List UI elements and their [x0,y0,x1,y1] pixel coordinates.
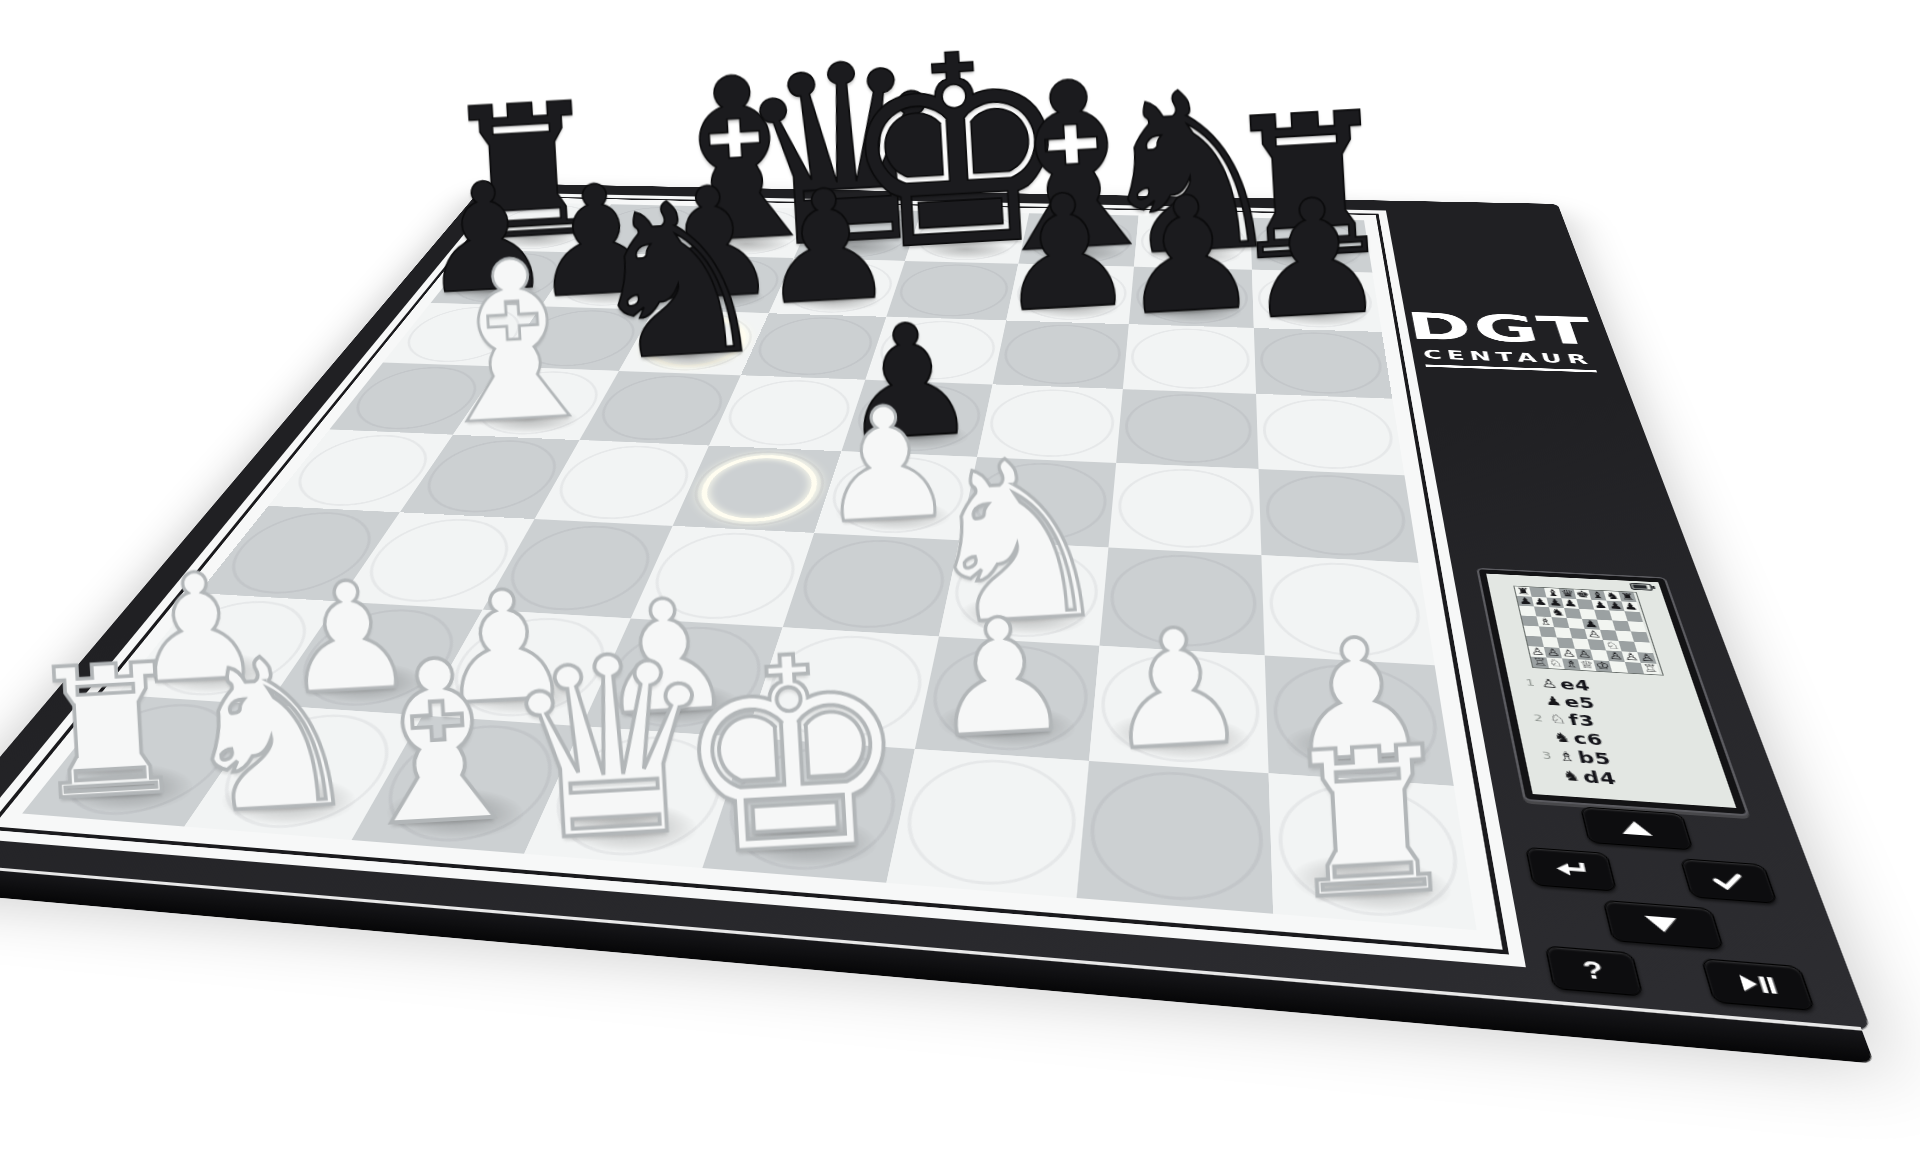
square-g7: ♟ [1129,267,1254,328]
move-text: c6 [1571,730,1718,756]
lcd-square-b2: ♙ [1544,647,1562,658]
white-pawn-f2: ♟ [926,606,1075,748]
square-g1 [1077,761,1274,914]
move-number: 1 [1520,677,1539,688]
lcd-square-b3 [1541,637,1559,648]
square-g4 [1108,463,1261,555]
play-pause-button[interactable] [1701,958,1816,1011]
dgt-logo: DGT CENTAUR [1404,307,1609,372]
lcd-square-g6 [1609,610,1627,621]
lcd-square-a5 [1521,616,1539,627]
lcd-square-d3 [1572,638,1590,649]
lcd-square-h2: ♙ [1637,652,1656,664]
move-row: ♞c6 [1531,726,1719,756]
lcd-display: ♜♝♛♚♝♞♜♟♟♟♟♟♟♟♞♗♟♙♘♙♙♙♙♙♙♙♖♘♗♕♔♖ 1♙e4♟e5… [1476,568,1750,816]
lcd-square-c7: ♟ [1546,597,1564,608]
move-number: 2 [1528,712,1548,724]
black-piece-icon: ♟ [1540,693,1566,709]
back-arrow-icon [1552,858,1590,881]
lcd-square-b1: ♘ [1546,658,1564,670]
move-row: ♟e5 [1523,691,1706,720]
white-pawn-g2: ♟ [1100,616,1251,760]
white-piece-icon: ♗ [1553,748,1580,765]
lcd-square-g5 [1612,620,1630,631]
playing-area: ♜♝♛♚♝♞♜♟♟♟♟♟♟♟♞♝♟♟♞♟♟♟♟♟♟♟♜♞♝♛♚♜ [22,202,1477,930]
square-f6 [993,320,1129,389]
brand-text: DGT [1404,307,1600,350]
lcd-square-e6 [1579,609,1597,620]
lcd-square-b5: ♗ [1536,616,1554,627]
lcd-square-b6 [1534,606,1552,617]
white-piece-icon: ♙ [1536,676,1561,691]
lcd-square-h3 [1634,642,1653,653]
square-f2: ♟ [915,636,1100,761]
move-row: ♞d4 [1539,764,1732,796]
lcd-square-c5 [1551,617,1569,628]
lcd-square-h4 [1631,631,1650,642]
led-ring-d4 [689,453,827,525]
square-h4 [1259,469,1419,563]
lcd-square-d7: ♟ [1561,598,1579,609]
lcd-square-f2: ♙ [1606,650,1625,662]
lcd-square-f8: ♝ [1589,590,1607,600]
lcd-square-d5 [1567,618,1585,629]
square-f1 [886,749,1089,898]
lcd-square-a3 [1526,636,1544,647]
battery-icon [1629,583,1657,591]
lcd-square-c8: ♝ [1544,588,1561,598]
white-piece-icon: ♘ [1545,711,1571,727]
lcd-square-h8: ♜ [1618,592,1636,602]
lcd-square-a6 [1519,606,1536,617]
photo-camera-roll: ♜♝♛♚♝♞♜♟♟♟♟♟♟♟♞♝♟♟♞♟♟♟♟♟♟♟♜♞♝♛♚♜ DGT CEN… [0,0,1920,1164]
lcd-square-c6: ♞ [1549,607,1567,618]
move-row: 3♗b5 [1535,745,1725,776]
lcd-square-g2: ♙ [1622,651,1641,663]
lcd-square-a1: ♖ [1531,657,1549,669]
lcd-square-g7: ♟ [1606,601,1624,612]
lcd-square-g8: ♞ [1603,591,1621,601]
dgt-centaur-board: ♜♝♛♚♝♞♜♟♟♟♟♟♟♟♞♝♟♟♞♟♟♟♟♟♟♟♜♞♝♛♚♜ DGT CEN… [0,183,1872,1031]
model-text: CENTAUR [1422,347,1597,372]
lcd-square-c1: ♗ [1562,658,1581,670]
lcd-square-b4 [1539,626,1557,637]
perspective-scene: ♜♝♛♚♝♞♜♟♟♟♟♟♟♟♞♝♟♟♞♟♟♟♟♟♟♟♜♞♝♛♚♜ DGT CEN… [0,0,1920,1164]
white-rook-h1: ♜ [1275,734,1464,914]
lcd-move-list: 1♙e4♟e52♘f3♞c63♗b5♞d4 [1519,673,1732,796]
lcd-square-f6 [1594,610,1612,621]
lcd-square-f1 [1609,661,1628,673]
move-number [1533,736,1551,737]
lcd-square-d8: ♛ [1559,589,1577,599]
lcd-square-e5: ♟ [1582,619,1600,630]
lcd-square-g1 [1625,662,1644,674]
lcd-square-f4 [1600,630,1618,641]
move-number [1525,699,1542,700]
lcd-square-g3 [1618,641,1637,652]
question-mark-icon: ? [1580,955,1607,987]
lcd-square-a8: ♜ [1515,586,1532,596]
lcd-square-c2: ♙ [1559,648,1577,659]
move-text: f3 [1567,712,1712,737]
move-number [1541,774,1559,775]
lcd-square-c4 [1554,627,1572,638]
move-row: 1♙e4 [1519,673,1699,701]
lcd-square-d1: ♕ [1578,659,1597,671]
square-h1: ♜ [1269,773,1477,930]
lcd-square-b7: ♟ [1532,597,1549,608]
square-e1: ♚ [702,738,915,883]
move-text: b5 [1576,749,1725,776]
lcd-square-f7: ♟ [1591,600,1609,611]
lcd-square-e8: ♚ [1574,589,1592,599]
move-text: e5 [1562,694,1705,719]
lcd-square-e2 [1590,650,1609,661]
square-f7: ♟ [1006,264,1134,324]
lcd-square-g4 [1615,631,1634,642]
down-button[interactable] [1602,900,1724,950]
lcd-square-e4: ♙ [1585,629,1603,640]
black-piece-icon: ♞ [1558,767,1585,785]
lcd-square-d4 [1569,628,1587,639]
checkmark-icon [1709,870,1746,891]
square-b5: ♝ [453,367,619,440]
lcd-square-h7: ♟ [1621,601,1639,612]
lcd-square-h5 [1628,621,1647,632]
up-button[interactable] [1580,806,1694,850]
lcd-square-f5 [1597,620,1615,631]
black-pawn-h7: ♟ [1239,187,1390,331]
square-g6 [1123,324,1256,394]
button-pad: ? [1516,802,1815,1011]
square-g2: ♟ [1089,646,1269,773]
board-margin: ♜♝♛♚♝♞♜♟♟♟♟♟♟♟♞♝♟♟♞♟♟♟♟♟♟♟♜♞♝♛♚♜ [0,193,1526,968]
lcd-square-a2: ♙ [1528,646,1546,657]
lcd-square-d6 [1564,608,1582,619]
lcd-square-d2: ♙ [1575,649,1593,660]
lcd-square-b8 [1529,587,1546,597]
confirm-button[interactable] [1680,858,1778,904]
lcd-square-f3: ♘ [1603,640,1622,651]
lcd-square-a7: ♟ [1517,596,1534,607]
lcd-square-a4 [1524,626,1542,637]
lcd-mini-board: ♜♝♛♚♝♞♜♟♟♟♟♟♟♟♞♗♟♙♘♙♙♙♙♙♙♙♖♘♗♕♔♖ [1513,586,1664,676]
epaper-screen: ♜♝♛♚♝♞♜♟♟♟♟♟♟♟♞♗♟♙♘♙♙♙♙♙♙♙♖♘♗♕♔♖ 1♙e4♟e5… [1486,574,1736,808]
lcd-square-c3 [1557,637,1575,648]
move-row: 2♘f3 [1527,708,1712,738]
move-text: d4 [1581,768,1732,796]
lcd-square-h1: ♖ [1641,663,1660,675]
lcd-square-e1: ♔ [1593,660,1612,672]
square-h6 [1254,328,1392,399]
black-piece-icon: ♞ [1549,729,1576,746]
move-number: 3 [1536,749,1557,762]
board-frame: ♜♝♛♚♝♞♜♟♟♟♟♟♟♟♞♝♟♟♞♟♟♟♟♟♟♟♜♞♝♛♚♜ DGT CEN… [0,183,1872,1031]
play-pause-icon [1734,972,1780,996]
up-arrow-icon [1616,818,1656,838]
white-king-e1: ♚ [667,638,916,875]
square-g5 [1116,389,1258,469]
white-rook-a1: ♜ [23,653,192,814]
lcd-square-e3 [1587,639,1605,650]
lcd-square-e7 [1576,599,1594,610]
square-c6: ♞ [619,310,769,376]
square-h7: ♟ [1252,270,1382,332]
help-button[interactable]: ? [1545,945,1644,996]
white-bishop-b5: ♝ [410,244,617,441]
move-text: e4 [1558,676,1699,700]
down-arrow-icon [1641,913,1684,936]
lcd-square-h6 [1625,611,1643,622]
back-button[interactable] [1525,847,1617,892]
